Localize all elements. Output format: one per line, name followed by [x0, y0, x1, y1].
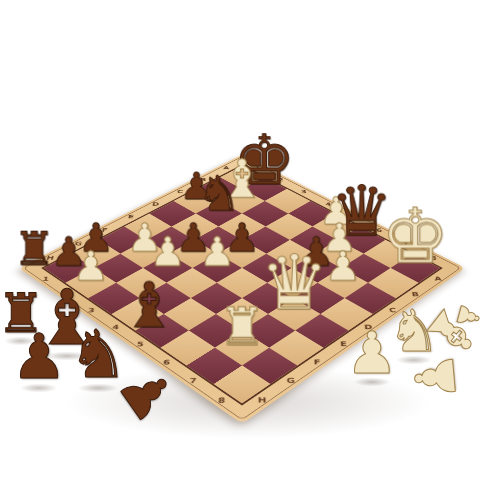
white-pawn-c7[interactable]: ♟ — [325, 245, 361, 286]
offboard-darkp-knight[interactable]: ♞ — [68, 322, 127, 388]
white-pawn-f3[interactable]: ♟ — [150, 231, 186, 271]
white-pawn-e4[interactable]: ♟ — [199, 231, 235, 271]
dark-knight-c2[interactable]: ♞ — [197, 169, 241, 218]
white-king-a8[interactable]: ♚ — [381, 198, 449, 274]
photo-scene: 12345678 12345678 ABCDEFGH ABCDEFGH ♚♟♛♚… — [0, 0, 500, 500]
square-g7[interactable]: ♜ — [215, 331, 269, 366]
white-queen-e7[interactable]: ♛ — [260, 244, 328, 320]
dark-bishop-h5[interactable]: ♝ — [121, 274, 177, 336]
offboard-darkp-pawn[interactable]: ♟ — [11, 326, 67, 388]
white-rook-g7[interactable]: ♜ — [218, 299, 265, 352]
square-h7[interactable] — [187, 348, 242, 384]
offboard-white-pawn-lying[interactable]: ♟ — [407, 351, 465, 404]
dark-rook-frame-h1[interactable]: ♜ — [13, 226, 54, 272]
